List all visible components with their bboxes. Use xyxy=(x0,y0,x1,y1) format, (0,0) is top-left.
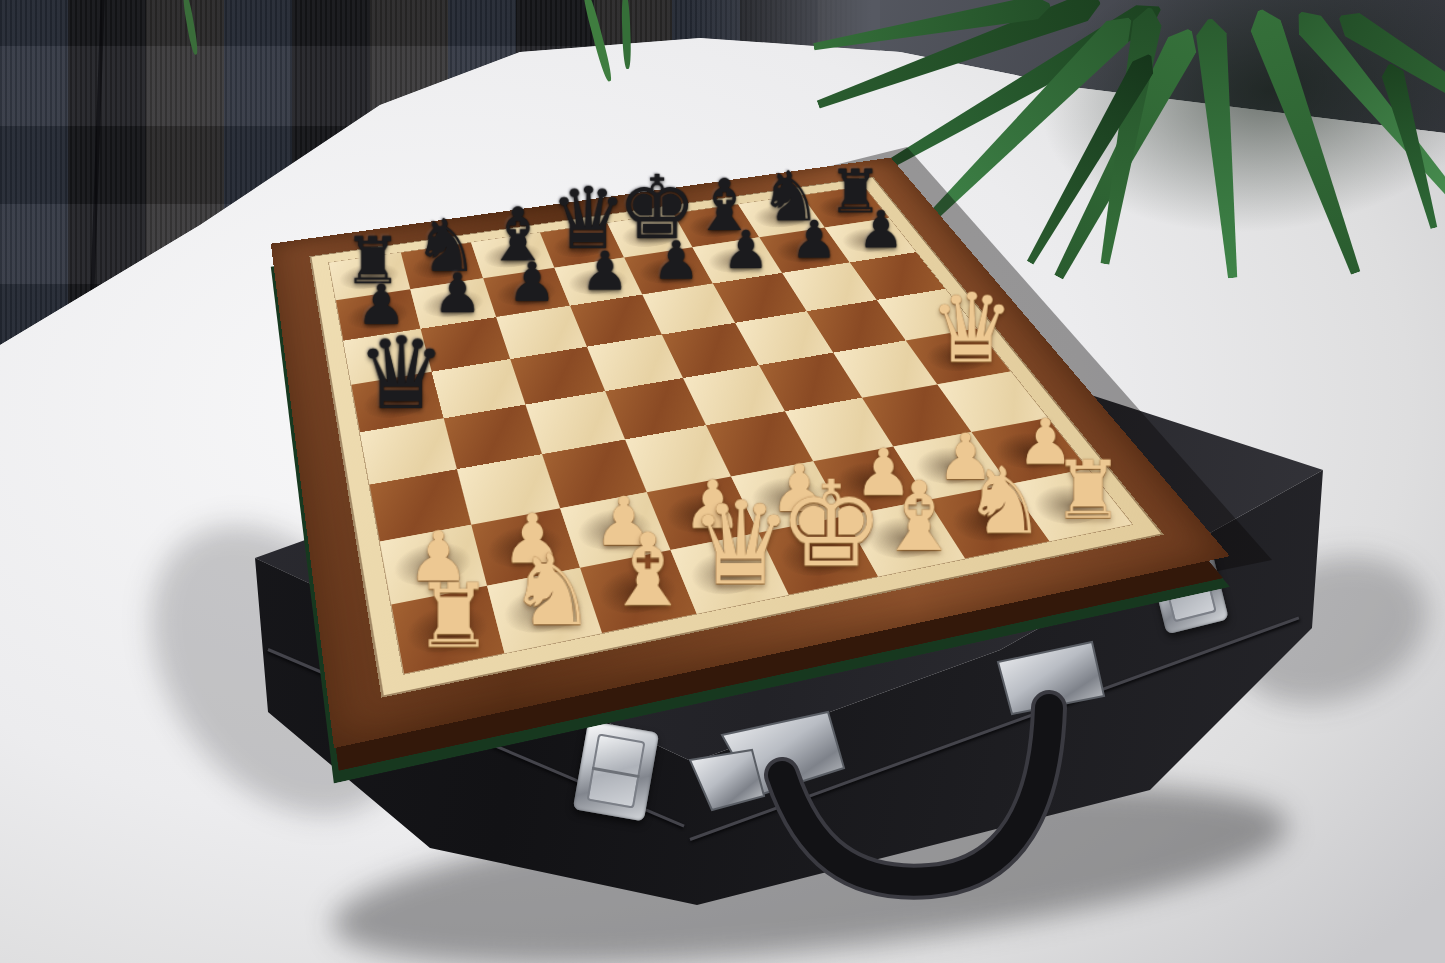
square-h5 xyxy=(877,289,977,341)
piece-shadow xyxy=(682,544,776,600)
piece-shadow xyxy=(983,427,1074,473)
piece-shadow xyxy=(343,296,412,332)
piece-shadow xyxy=(916,336,998,375)
piece-shadow xyxy=(497,579,590,639)
piece-shadow xyxy=(834,224,906,255)
square-h1: ♜ xyxy=(1009,469,1132,541)
piece-shadow xyxy=(408,249,475,282)
board-grid: ♜♞♝♛♚♝♞♜♟♟♟♟♟♟♟♟♛♛♟♟♟♟♟♟♟♟♜♞♝♛♚♝♞♜ xyxy=(329,186,1132,674)
board-maple-margin: ♜♞♝♛♚♝♞♜♟♟♟♟♟♟♟♟♛♛♟♟♟♟♟♟♟♟♜♞♝♛♚♝♞♜ xyxy=(309,177,1164,698)
piece-shadow xyxy=(481,519,569,573)
piece-shadow xyxy=(401,598,493,660)
piece-shadow xyxy=(657,486,746,537)
piece-shadow xyxy=(682,210,751,240)
piece-shadow xyxy=(615,219,683,250)
piece-shadow xyxy=(810,192,879,221)
piece-shadow xyxy=(562,264,633,298)
piece-shadow xyxy=(389,535,476,591)
piece-shadow xyxy=(1021,479,1117,530)
piece-shadow xyxy=(905,441,995,488)
piece-shadow xyxy=(742,471,832,521)
square-a1: ♜ xyxy=(391,586,504,674)
square-a2: ♟ xyxy=(380,525,487,605)
piece-shadow xyxy=(491,274,561,309)
piece-shadow xyxy=(418,285,488,320)
piece-shadow xyxy=(570,502,659,555)
piece-shadow xyxy=(336,259,403,292)
piece-shadow xyxy=(856,510,951,563)
piece-shadow xyxy=(770,527,865,582)
piece-shadow xyxy=(479,239,547,271)
piece-shadow xyxy=(701,244,772,276)
square-h6 xyxy=(850,252,945,300)
piece-shadow xyxy=(591,561,685,619)
handle-swivel-left xyxy=(690,750,764,810)
chess-board: ♜♞♝♛♚♝♞♜♟♟♟♟♟♟♟♟♛♛♟♟♟♟♟♟♟♟♜♞♝♛♚♝♞♜ xyxy=(303,0,1063,758)
piece-shadow xyxy=(768,234,840,266)
piece-shadow xyxy=(633,254,704,287)
piece-shadow xyxy=(747,201,816,230)
product-photo-scene: ♜♞♝♛♚♝♞♜♟♟♟♟♟♟♟♟♛♛♟♟♟♟♟♟♟♟♜♞♝♛♚♝♞♜ xyxy=(0,0,1445,963)
piece-shadow xyxy=(825,456,915,505)
piece-shadow xyxy=(359,380,435,422)
piece-shadow xyxy=(548,229,616,260)
piece-shadow xyxy=(940,494,1035,546)
